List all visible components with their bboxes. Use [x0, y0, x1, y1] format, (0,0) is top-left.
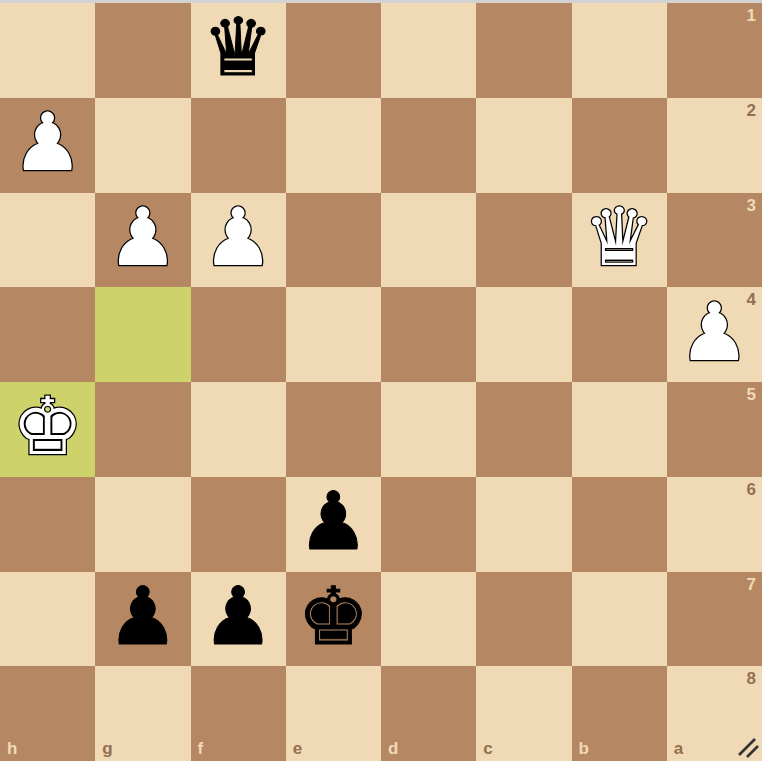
square-a3[interactable]: 3	[667, 193, 762, 288]
square-e3[interactable]	[286, 193, 381, 288]
square-h3[interactable]	[0, 193, 95, 288]
square-g3[interactable]: ♟	[95, 193, 190, 288]
file-label-e: e	[293, 740, 302, 757]
square-f1[interactable]: ♛	[191, 3, 286, 98]
square-a6[interactable]: 6	[667, 477, 762, 572]
square-g5[interactable]	[95, 382, 190, 477]
square-f2[interactable]	[191, 98, 286, 193]
square-e4[interactable]	[286, 287, 381, 382]
square-d7[interactable]	[381, 572, 476, 667]
square-f4[interactable]	[191, 287, 286, 382]
rank-label-1: 1	[747, 7, 756, 24]
file-label-d: d	[388, 740, 398, 757]
square-h4[interactable]	[0, 287, 95, 382]
square-c1[interactable]	[476, 3, 571, 98]
square-c8[interactable]: c	[476, 666, 571, 761]
square-a7[interactable]: 7	[667, 572, 762, 667]
white-pawn[interactable]: ♟	[202, 198, 274, 278]
square-c6[interactable]	[476, 477, 571, 572]
file-label-c: c	[483, 740, 492, 757]
square-c2[interactable]	[476, 98, 571, 193]
square-f8[interactable]: f	[191, 666, 286, 761]
square-c4[interactable]	[476, 287, 571, 382]
square-b7[interactable]	[572, 572, 667, 667]
black-pawn[interactable]: ♟	[107, 577, 179, 657]
square-h2[interactable]: ♟	[0, 98, 95, 193]
file-label-h: h	[7, 740, 17, 757]
square-h5[interactable]: ♚	[0, 382, 95, 477]
file-label-g: g	[102, 740, 112, 757]
board-resize-handle-icon[interactable]	[736, 735, 760, 759]
square-e1[interactable]	[286, 3, 381, 98]
square-b1[interactable]	[572, 3, 667, 98]
square-d5[interactable]	[381, 382, 476, 477]
rank-label-7: 7	[747, 576, 756, 593]
square-e8[interactable]: e	[286, 666, 381, 761]
square-b6[interactable]	[572, 477, 667, 572]
square-d4[interactable]	[381, 287, 476, 382]
square-e2[interactable]	[286, 98, 381, 193]
square-b4[interactable]	[572, 287, 667, 382]
square-d6[interactable]	[381, 477, 476, 572]
square-h6[interactable]	[0, 477, 95, 572]
chess-board: ♛1♟2♟♟♛34♟♚5♟6♟♟♚7hgfedcb8a	[0, 3, 762, 761]
file-label-a: a	[674, 740, 683, 757]
square-e7[interactable]: ♚	[286, 572, 381, 667]
square-h8[interactable]: h	[0, 666, 95, 761]
square-d3[interactable]	[381, 193, 476, 288]
rank-label-6: 6	[747, 481, 756, 498]
square-f6[interactable]	[191, 477, 286, 572]
square-d8[interactable]: d	[381, 666, 476, 761]
white-pawn[interactable]: ♟	[679, 293, 751, 373]
white-queen[interactable]: ♛	[583, 198, 655, 278]
square-g4[interactable]	[95, 287, 190, 382]
file-label-f: f	[198, 740, 204, 757]
rank-label-3: 3	[747, 197, 756, 214]
square-d1[interactable]	[381, 3, 476, 98]
square-a4[interactable]: 4♟	[667, 287, 762, 382]
square-a2[interactable]: 2	[667, 98, 762, 193]
square-h7[interactable]	[0, 572, 95, 667]
square-g1[interactable]	[95, 3, 190, 98]
rank-label-8: 8	[747, 670, 756, 687]
file-label-b: b	[579, 740, 589, 757]
square-c3[interactable]	[476, 193, 571, 288]
square-b8[interactable]: b	[572, 666, 667, 761]
square-f3[interactable]: ♟	[191, 193, 286, 288]
square-g7[interactable]: ♟	[95, 572, 190, 667]
square-e5[interactable]	[286, 382, 381, 477]
square-a5[interactable]: 5	[667, 382, 762, 477]
black-queen[interactable]: ♛	[202, 8, 274, 88]
square-b3[interactable]: ♛	[572, 193, 667, 288]
square-f5[interactable]	[191, 382, 286, 477]
black-king[interactable]: ♚	[298, 577, 370, 657]
square-b5[interactable]	[572, 382, 667, 477]
white-king[interactable]: ♚	[12, 387, 84, 467]
rank-label-5: 5	[747, 386, 756, 403]
square-c7[interactable]	[476, 572, 571, 667]
square-f7[interactable]: ♟	[191, 572, 286, 667]
white-pawn[interactable]: ♟	[12, 103, 84, 183]
rank-label-2: 2	[747, 102, 756, 119]
black-pawn[interactable]: ♟	[202, 577, 274, 657]
square-a1[interactable]: 1	[667, 3, 762, 98]
black-pawn[interactable]: ♟	[298, 482, 370, 562]
square-b2[interactable]	[572, 98, 667, 193]
square-c5[interactable]	[476, 382, 571, 477]
square-h1[interactable]	[0, 3, 95, 98]
white-pawn[interactable]: ♟	[107, 198, 179, 278]
square-g8[interactable]: g	[95, 666, 190, 761]
square-e6[interactable]: ♟	[286, 477, 381, 572]
square-g6[interactable]	[95, 477, 190, 572]
square-d2[interactable]	[381, 98, 476, 193]
square-g2[interactable]	[95, 98, 190, 193]
